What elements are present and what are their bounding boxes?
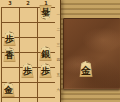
rank-label-4: 四 [56,58,58,62]
rank-labels: 一二三四五六 [55,7,60,102]
komadai-piece-stand[interactable] [63,18,120,89]
file-label-2: 2 [24,1,33,5]
shogi-app-screen: 3 2 1 一二三四五六 香歩香銀歩歩金金 [0,0,120,102]
file-label-1: 1 [42,1,51,5]
file-label-3: 3 [6,1,15,5]
rank-label-5: 五 [56,73,58,77]
tatami-floor [61,0,120,102]
rank-label-1: 一 [56,13,58,17]
rank-label-3: 三 [56,43,58,47]
rank-label-2: 二 [56,28,58,32]
rank-label-6: 六 [56,88,58,92]
